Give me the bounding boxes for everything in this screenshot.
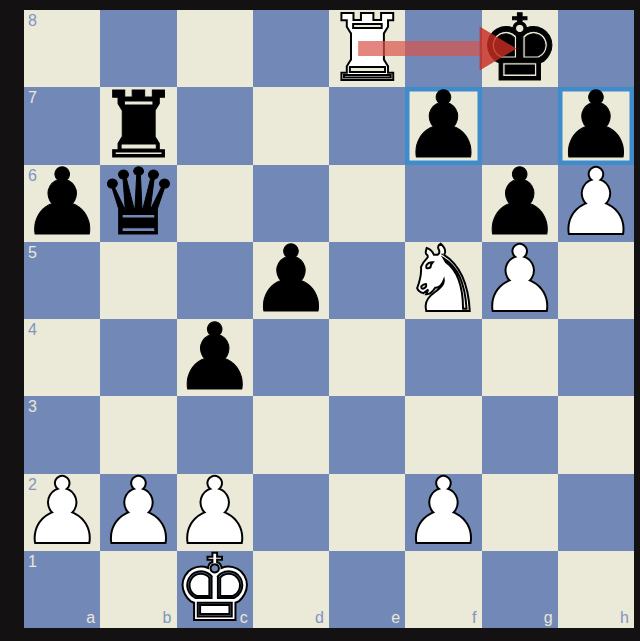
rank-label-3: 3 (28, 399, 37, 415)
square-e5[interactable] (329, 242, 405, 319)
square-b6[interactable]: ♛ (100, 165, 176, 242)
square-a6[interactable]: 6♟︎ (24, 165, 100, 242)
square-f2[interactable]: ♟︎ (405, 474, 481, 551)
rank-label-2: 2 (28, 477, 37, 493)
piece-white-pawn[interactable]: ♟︎ (558, 165, 634, 242)
file-label-e: e (391, 610, 400, 626)
square-a4[interactable]: 4 (24, 319, 100, 396)
square-g8[interactable]: ♚ (482, 10, 558, 87)
square-a2[interactable]: 2♟︎ (24, 474, 100, 551)
piece-black-pawn[interactable]: ♟︎ (177, 319, 253, 396)
file-label-h: h (620, 610, 629, 626)
square-a8[interactable]: 8 (24, 10, 100, 87)
square-e8[interactable]: ♜ (329, 10, 405, 87)
square-d3[interactable] (253, 396, 329, 473)
square-d5[interactable]: ♟︎ (253, 242, 329, 319)
square-f7[interactable]: ♟︎ (405, 87, 481, 164)
square-c7[interactable] (177, 87, 253, 164)
square-c4[interactable]: ♟︎ (177, 319, 253, 396)
piece-black-queen[interactable]: ♛ (100, 165, 176, 242)
square-b4[interactable] (100, 319, 176, 396)
rank-label-4: 4 (28, 322, 37, 338)
file-label-c: c (240, 610, 248, 626)
piece-white-pawn[interactable]: ♟︎ (405, 474, 481, 551)
square-h2[interactable] (558, 474, 634, 551)
chess-board[interactable]: 8♜♚7♜♟︎♟︎6♟︎♛♟︎♟︎5♟︎♞♟︎4♟︎32♟︎♟︎♟︎♟︎1abc… (24, 10, 634, 628)
rank-label-1: 1 (28, 554, 37, 570)
square-f5[interactable]: ♞ (405, 242, 481, 319)
file-label-b: b (163, 610, 172, 626)
square-d8[interactable] (253, 10, 329, 87)
square-g5[interactable]: ♟︎ (482, 242, 558, 319)
rank-label-5: 5 (28, 245, 37, 261)
square-e6[interactable] (329, 165, 405, 242)
board-frame: 8♜♚7♜♟︎♟︎6♟︎♛♟︎♟︎5♟︎♞♟︎4♟︎32♟︎♟︎♟︎♟︎1abc… (0, 0, 640, 641)
rank-label-6: 6 (28, 168, 37, 184)
square-c8[interactable] (177, 10, 253, 87)
square-e2[interactable] (329, 474, 405, 551)
square-c1[interactable]: c♚ (177, 551, 253, 628)
piece-black-pawn[interactable]: ♟︎ (253, 242, 329, 319)
piece-black-pawn[interactable]: ♟︎ (405, 87, 481, 164)
piece-white-pawn[interactable]: ♟︎ (482, 242, 558, 319)
square-e3[interactable] (329, 396, 405, 473)
rank-label-8: 8 (28, 13, 37, 29)
file-label-f: f (472, 610, 476, 626)
square-e4[interactable] (329, 319, 405, 396)
square-c6[interactable] (177, 165, 253, 242)
square-g2[interactable] (482, 474, 558, 551)
square-g1[interactable]: g (482, 551, 558, 628)
piece-white-knight[interactable]: ♞ (405, 242, 481, 319)
square-d7[interactable] (253, 87, 329, 164)
piece-white-pawn[interactable]: ♟︎ (100, 474, 176, 551)
rank-label-7: 7 (28, 90, 37, 106)
file-label-a: a (86, 610, 95, 626)
square-d1[interactable]: d (253, 551, 329, 628)
file-label-d: d (315, 610, 324, 626)
square-h1[interactable]: h (558, 551, 634, 628)
file-label-g: g (544, 610, 553, 626)
square-h6[interactable]: ♟︎ (558, 165, 634, 242)
square-h4[interactable] (558, 319, 634, 396)
piece-black-king[interactable]: ♚ (482, 10, 558, 87)
square-g3[interactable] (482, 396, 558, 473)
square-e1[interactable]: e (329, 551, 405, 628)
piece-white-rook[interactable]: ♜ (329, 10, 405, 87)
square-h3[interactable] (558, 396, 634, 473)
square-b2[interactable]: ♟︎ (100, 474, 176, 551)
square-d2[interactable] (253, 474, 329, 551)
